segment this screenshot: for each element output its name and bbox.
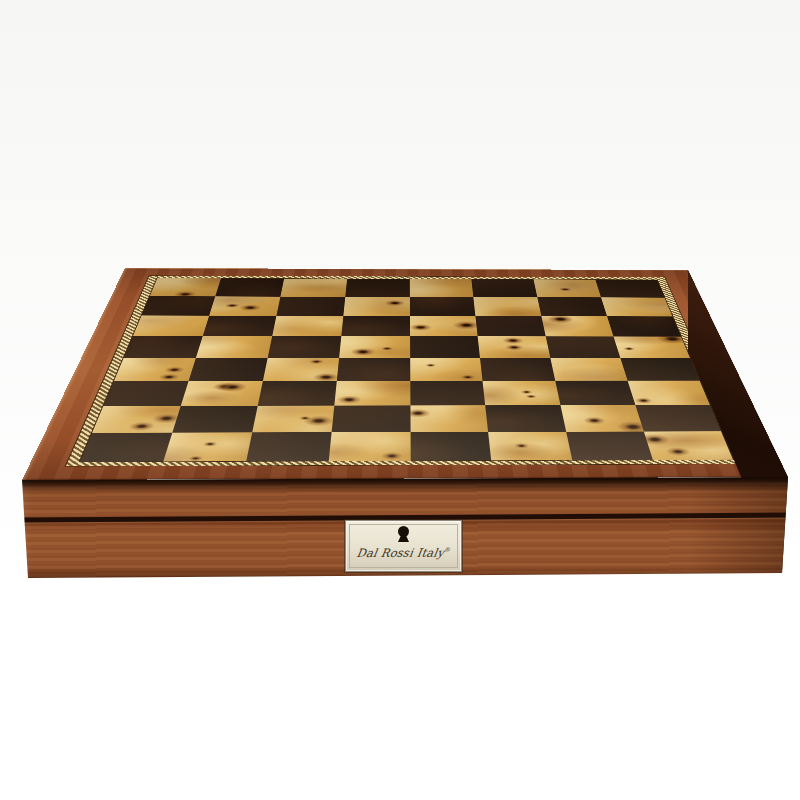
chess-board <box>22 268 788 480</box>
square-c4 <box>263 358 339 381</box>
rope-inlay-border <box>65 275 748 466</box>
keyhole-icon <box>398 526 409 542</box>
square-f3 <box>483 381 561 406</box>
square-c8 <box>280 279 347 297</box>
square-a4 <box>114 358 196 381</box>
square-a5 <box>124 336 203 358</box>
registered-mark: ® <box>444 546 451 553</box>
square-g4 <box>551 358 628 381</box>
square-a6 <box>133 315 209 336</box>
board-frame <box>22 268 788 480</box>
square-h2 <box>636 405 722 431</box>
board-grid <box>80 278 733 462</box>
square-g6 <box>542 316 614 336</box>
square-d5 <box>339 336 410 358</box>
lock-plate: Dal Rossi Italy® <box>345 520 462 572</box>
square-e8 <box>409 279 473 297</box>
square-c7 <box>276 297 345 316</box>
square-a1 <box>80 433 172 462</box>
square-d6 <box>341 316 410 336</box>
square-e6 <box>410 316 478 336</box>
chess-box-photo: Dal Rossi Italy® <box>0 0 800 800</box>
square-e4 <box>410 358 483 381</box>
square-c6 <box>272 316 343 336</box>
square-f6 <box>476 316 546 336</box>
square-b7 <box>209 296 280 315</box>
square-c5 <box>267 336 340 358</box>
square-d2 <box>331 406 410 433</box>
square-e3 <box>410 381 486 406</box>
square-h4 <box>620 358 699 381</box>
square-h8 <box>595 280 664 298</box>
square-h1 <box>644 431 733 460</box>
square-e2 <box>410 405 489 432</box>
square-h7 <box>601 297 672 316</box>
square-a2 <box>92 406 181 433</box>
square-g8 <box>534 279 601 297</box>
square-g2 <box>561 405 644 431</box>
square-g7 <box>538 297 608 316</box>
square-a3 <box>103 381 188 406</box>
square-b8 <box>215 278 284 296</box>
square-b2 <box>172 406 257 433</box>
square-e1 <box>410 432 492 461</box>
square-g3 <box>555 381 635 406</box>
square-a8 <box>150 278 221 296</box>
square-g5 <box>546 336 620 358</box>
square-b3 <box>181 381 263 406</box>
square-c1 <box>246 432 331 461</box>
square-f5 <box>478 336 551 358</box>
square-b6 <box>203 316 277 336</box>
square-f8 <box>472 279 538 297</box>
square-d3 <box>334 381 410 406</box>
square-g1 <box>566 432 653 461</box>
box-front: Dal Rossi Italy® <box>0 468 800 580</box>
square-h3 <box>628 381 710 406</box>
square-h6 <box>607 316 681 336</box>
square-h5 <box>614 336 690 357</box>
square-d1 <box>328 432 410 461</box>
square-b5 <box>196 336 272 358</box>
square-c2 <box>252 406 334 433</box>
square-e7 <box>409 297 475 316</box>
square-f4 <box>480 358 555 381</box>
playing-area <box>79 278 735 462</box>
square-f7 <box>474 297 542 316</box>
square-a7 <box>142 296 215 315</box>
square-e5 <box>410 336 481 358</box>
square-d8 <box>345 279 409 297</box>
plate-brand-text: Dal Rossi Italy® <box>355 544 451 559</box>
square-f2 <box>486 405 567 432</box>
square-c3 <box>257 381 336 406</box>
square-d4 <box>336 358 409 381</box>
square-f1 <box>488 432 572 461</box>
square-b1 <box>163 432 252 461</box>
square-d7 <box>343 297 409 316</box>
square-b4 <box>188 358 267 381</box>
